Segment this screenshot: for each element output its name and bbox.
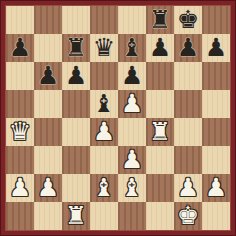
black-pawn[interactable]: ♟ bbox=[174, 34, 202, 62]
square-h5[interactable] bbox=[202, 90, 230, 118]
square-c5[interactable] bbox=[62, 90, 90, 118]
white-pawn[interactable]: ♟ bbox=[118, 90, 146, 118]
black-bishop[interactable]: ♝ bbox=[118, 34, 146, 62]
black-bishop[interactable]: ♝ bbox=[90, 90, 118, 118]
square-e4[interactable] bbox=[118, 118, 146, 146]
white-king[interactable]: ♚ bbox=[174, 202, 202, 230]
square-e1[interactable] bbox=[118, 202, 146, 230]
square-f4[interactable]: ♜ bbox=[146, 118, 174, 146]
square-f7[interactable]: ♟ bbox=[146, 34, 174, 62]
square-a6[interactable] bbox=[6, 62, 34, 90]
square-g7[interactable]: ♟ bbox=[174, 34, 202, 62]
square-e8[interactable] bbox=[118, 6, 146, 34]
square-b1[interactable] bbox=[34, 202, 62, 230]
black-king[interactable]: ♚ bbox=[174, 6, 202, 34]
square-g4[interactable] bbox=[174, 118, 202, 146]
black-pawn[interactable]: ♟ bbox=[62, 62, 90, 90]
square-b7[interactable] bbox=[34, 34, 62, 62]
black-pawn[interactable]: ♟ bbox=[146, 34, 174, 62]
black-pawn[interactable]: ♟ bbox=[6, 34, 34, 62]
white-queen[interactable]: ♛ bbox=[6, 118, 34, 146]
square-c8[interactable] bbox=[62, 6, 90, 34]
white-bishop[interactable]: ♝ bbox=[118, 174, 146, 202]
square-g3[interactable] bbox=[174, 146, 202, 174]
square-e6[interactable]: ♟ bbox=[118, 62, 146, 90]
white-rook[interactable]: ♜ bbox=[146, 118, 174, 146]
square-h3[interactable] bbox=[202, 146, 230, 174]
square-b8[interactable] bbox=[34, 6, 62, 34]
square-d3[interactable] bbox=[90, 146, 118, 174]
white-pawn[interactable]: ♟ bbox=[174, 174, 202, 202]
square-c6[interactable]: ♟ bbox=[62, 62, 90, 90]
square-f5[interactable] bbox=[146, 90, 174, 118]
square-b2[interactable]: ♟ bbox=[34, 174, 62, 202]
square-b4[interactable] bbox=[34, 118, 62, 146]
square-e7[interactable]: ♝ bbox=[118, 34, 146, 62]
square-b5[interactable] bbox=[34, 90, 62, 118]
black-pawn[interactable]: ♟ bbox=[202, 34, 230, 62]
square-a4[interactable]: ♛ bbox=[6, 118, 34, 146]
square-h4[interactable] bbox=[202, 118, 230, 146]
black-rook[interactable]: ♜ bbox=[62, 34, 90, 62]
square-f3[interactable] bbox=[146, 146, 174, 174]
square-c4[interactable] bbox=[62, 118, 90, 146]
square-h8[interactable] bbox=[202, 6, 230, 34]
white-bishop[interactable]: ♝ bbox=[90, 174, 118, 202]
square-c2[interactable] bbox=[62, 174, 90, 202]
chess-board-frame: ♜♚♟♜♛♝♟♟♟♟♟♟♝♟♛♟♜♟♟♟♝♝♟♟♜♚ bbox=[0, 0, 236, 236]
square-d2[interactable]: ♝ bbox=[90, 174, 118, 202]
black-rook[interactable]: ♜ bbox=[146, 6, 174, 34]
square-c7[interactable]: ♜ bbox=[62, 34, 90, 62]
white-pawn[interactable]: ♟ bbox=[34, 174, 62, 202]
white-pawn[interactable]: ♟ bbox=[118, 146, 146, 174]
white-pawn[interactable]: ♟ bbox=[6, 174, 34, 202]
square-f1[interactable] bbox=[146, 202, 174, 230]
black-queen[interactable]: ♛ bbox=[90, 34, 118, 62]
square-b6[interactable]: ♟ bbox=[34, 62, 62, 90]
square-e5[interactable]: ♟ bbox=[118, 90, 146, 118]
square-d5[interactable]: ♝ bbox=[90, 90, 118, 118]
white-rook[interactable]: ♜ bbox=[62, 202, 90, 230]
square-a3[interactable] bbox=[6, 146, 34, 174]
square-d1[interactable] bbox=[90, 202, 118, 230]
square-c3[interactable] bbox=[62, 146, 90, 174]
black-pawn[interactable]: ♟ bbox=[34, 62, 62, 90]
square-e2[interactable]: ♝ bbox=[118, 174, 146, 202]
square-g8[interactable]: ♚ bbox=[174, 6, 202, 34]
square-a1[interactable] bbox=[6, 202, 34, 230]
square-d4[interactable]: ♟ bbox=[90, 118, 118, 146]
square-h1[interactable] bbox=[202, 202, 230, 230]
square-a2[interactable]: ♟ bbox=[6, 174, 34, 202]
square-f8[interactable]: ♜ bbox=[146, 6, 174, 34]
chess-board: ♜♚♟♜♛♝♟♟♟♟♟♟♝♟♛♟♜♟♟♟♝♝♟♟♜♚ bbox=[6, 6, 230, 230]
square-g6[interactable] bbox=[174, 62, 202, 90]
white-pawn[interactable]: ♟ bbox=[202, 174, 230, 202]
square-e3[interactable]: ♟ bbox=[118, 146, 146, 174]
square-g5[interactable] bbox=[174, 90, 202, 118]
square-g1[interactable]: ♚ bbox=[174, 202, 202, 230]
square-a5[interactable] bbox=[6, 90, 34, 118]
square-f6[interactable] bbox=[146, 62, 174, 90]
square-d8[interactable] bbox=[90, 6, 118, 34]
square-g2[interactable]: ♟ bbox=[174, 174, 202, 202]
square-h6[interactable] bbox=[202, 62, 230, 90]
square-d7[interactable]: ♛ bbox=[90, 34, 118, 62]
square-h7[interactable]: ♟ bbox=[202, 34, 230, 62]
square-d6[interactable] bbox=[90, 62, 118, 90]
white-pawn[interactable]: ♟ bbox=[90, 118, 118, 146]
square-f2[interactable] bbox=[146, 174, 174, 202]
square-a7[interactable]: ♟ bbox=[6, 34, 34, 62]
square-h2[interactable]: ♟ bbox=[202, 174, 230, 202]
square-c1[interactable]: ♜ bbox=[62, 202, 90, 230]
square-a8[interactable] bbox=[6, 6, 34, 34]
square-b3[interactable] bbox=[34, 146, 62, 174]
black-pawn[interactable]: ♟ bbox=[118, 62, 146, 90]
